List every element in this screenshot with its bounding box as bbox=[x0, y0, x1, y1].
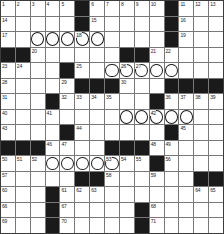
block-square-r15c10 bbox=[135, 218, 149, 233]
cell-r8c5[interactable] bbox=[60, 110, 74, 125]
cell-r1c13[interactable]: 11 bbox=[179, 1, 193, 16]
cell-r9c6[interactable]: 44 bbox=[75, 125, 89, 140]
cell-r7c2[interactable] bbox=[16, 94, 30, 109]
cell-r11c8[interactable]: 53 bbox=[105, 156, 119, 171]
cell-r6c1[interactable]: 28 bbox=[1, 79, 15, 94]
cell-r15c15[interactable] bbox=[209, 218, 223, 233]
cell-r4c3[interactable]: 20 bbox=[31, 48, 45, 63]
clue-number: 20 bbox=[31, 48, 37, 54]
cell-r14c13[interactable] bbox=[179, 203, 193, 218]
block-square-r9c12 bbox=[165, 125, 179, 140]
cell-r3c15[interactable] bbox=[209, 32, 223, 47]
cell-r9c14[interactable] bbox=[194, 125, 208, 140]
block-square-r6c12 bbox=[165, 79, 179, 94]
clue-number: 67 bbox=[61, 203, 67, 209]
cell-r5c15[interactable] bbox=[209, 63, 223, 78]
cell-r9c2[interactable] bbox=[16, 125, 30, 140]
clue-number: 19 bbox=[180, 32, 186, 38]
cell-r13c15[interactable]: 65 bbox=[209, 187, 223, 202]
block-square-r6c8 bbox=[105, 79, 119, 94]
clue-number: 64 bbox=[195, 187, 201, 193]
cell-r3c14[interactable] bbox=[194, 32, 208, 47]
cell-r5c11[interactable] bbox=[150, 63, 164, 78]
clue-number: 32 bbox=[61, 94, 67, 100]
cell-r13c6[interactable]: 62 bbox=[75, 187, 89, 202]
clue-number: 10 bbox=[150, 1, 156, 7]
circle-marker bbox=[61, 157, 74, 171]
cell-r15c9[interactable] bbox=[120, 218, 134, 233]
cell-r13c8[interactable] bbox=[105, 187, 119, 202]
circle-marker bbox=[46, 32, 59, 46]
cell-r15c5[interactable]: 70 bbox=[60, 218, 74, 233]
cell-r5c12[interactable] bbox=[165, 63, 179, 78]
cell-r9c3[interactable] bbox=[31, 125, 45, 140]
cell-r12c12[interactable] bbox=[165, 172, 179, 187]
cell-r5c7[interactable] bbox=[90, 63, 104, 78]
cell-r8c12[interactable] bbox=[165, 110, 179, 125]
cell-r14c3[interactable] bbox=[31, 203, 45, 218]
clue-number: 6 bbox=[91, 1, 95, 7]
block-square-r6c13 bbox=[179, 79, 193, 94]
block-square-r12c15 bbox=[209, 172, 223, 187]
clue-number: 29 bbox=[61, 79, 67, 85]
cell-r2c10[interactable] bbox=[135, 17, 149, 32]
cell-r12c9[interactable] bbox=[120, 172, 134, 187]
cell-r14c14[interactable] bbox=[194, 203, 208, 218]
cell-r2c2[interactable] bbox=[16, 17, 30, 32]
circle-marker bbox=[46, 157, 59, 171]
cell-r11c14[interactable] bbox=[194, 156, 208, 171]
cell-r12c4[interactable] bbox=[46, 172, 60, 187]
clue-number: 42 bbox=[150, 110, 156, 116]
clue-number: 53 bbox=[106, 156, 112, 162]
cell-r12c10[interactable] bbox=[135, 172, 149, 187]
clue-number: 63 bbox=[91, 187, 97, 193]
cell-r8c7[interactable] bbox=[90, 110, 104, 125]
cell-r14c2[interactable] bbox=[16, 203, 30, 218]
clue-number: 2 bbox=[16, 1, 20, 7]
block-square-r5c5 bbox=[60, 63, 74, 78]
clue-number: 25 bbox=[76, 63, 82, 69]
clue-number: 71 bbox=[150, 218, 156, 224]
clue-number: 36 bbox=[165, 94, 171, 100]
cell-r5c8[interactable] bbox=[105, 63, 119, 78]
cell-r11c3[interactable]: 52 bbox=[31, 156, 45, 171]
circle-marker bbox=[31, 32, 44, 46]
cell-r3c11[interactable] bbox=[150, 32, 164, 47]
cell-r4c7[interactable] bbox=[90, 48, 104, 63]
cell-r12c11[interactable]: 59 bbox=[150, 172, 164, 187]
cell-r7c9[interactable] bbox=[120, 94, 134, 109]
clue-number: 56 bbox=[165, 156, 171, 162]
cell-r11c15[interactable] bbox=[209, 156, 223, 171]
cell-r14c11[interactable]: 68 bbox=[150, 203, 164, 218]
cell-r10c15[interactable] bbox=[209, 141, 223, 156]
cell-r11c5[interactable] bbox=[60, 156, 74, 171]
cell-r11c13[interactable] bbox=[179, 156, 193, 171]
circle-marker bbox=[180, 110, 193, 124]
cell-r1c9[interactable]: 8 bbox=[120, 1, 134, 16]
cell-r12c5[interactable] bbox=[60, 172, 74, 187]
block-square-r10c1 bbox=[1, 141, 15, 156]
circle-marker bbox=[61, 32, 74, 46]
cell-r13c9[interactable] bbox=[120, 187, 134, 202]
cell-r10c7[interactable] bbox=[90, 141, 104, 156]
cell-r13c14[interactable]: 64 bbox=[194, 187, 208, 202]
cell-r1c5[interactable]: 5 bbox=[60, 1, 74, 16]
block-square-r3c12 bbox=[165, 32, 179, 47]
cell-r2c4[interactable] bbox=[46, 17, 60, 32]
cell-r6c9[interactable]: 30 bbox=[120, 79, 134, 94]
cell-r7c5[interactable]: 32 bbox=[60, 94, 74, 109]
clue-number: 55 bbox=[135, 156, 141, 162]
block-square-r12c14 bbox=[194, 172, 208, 187]
cell-r3c6[interactable]: 18 bbox=[75, 32, 89, 47]
clue-number: 16 bbox=[180, 17, 186, 23]
cell-r9c13[interactable]: 45 bbox=[179, 125, 193, 140]
cell-r2c13[interactable]: 16 bbox=[179, 17, 193, 32]
block-square-r12c6 bbox=[75, 172, 89, 187]
block-square-r6c15 bbox=[209, 79, 223, 94]
cell-r7c10[interactable] bbox=[135, 94, 149, 109]
block-square-r4c9 bbox=[120, 48, 134, 63]
clue-number: 33 bbox=[76, 94, 82, 100]
cell-r8c10[interactable] bbox=[135, 110, 149, 125]
clue-number: 61 bbox=[61, 187, 67, 193]
cell-r9c11[interactable] bbox=[150, 125, 164, 140]
cell-r2c15[interactable] bbox=[209, 17, 223, 32]
clue-number: 59 bbox=[150, 172, 156, 178]
cell-r6c3[interactable] bbox=[31, 79, 45, 94]
cell-r2c7[interactable]: 15 bbox=[90, 17, 104, 32]
cell-r5c3[interactable] bbox=[31, 63, 45, 78]
clue-number: 17 bbox=[2, 32, 8, 38]
clue-number: 57 bbox=[2, 172, 8, 178]
clue-number: 28 bbox=[2, 79, 8, 85]
cell-r12c8[interactable]: 58 bbox=[105, 172, 119, 187]
cell-r9c10[interactable] bbox=[135, 125, 149, 140]
cell-r4c4[interactable] bbox=[46, 48, 60, 63]
clue-number: 39 bbox=[210, 94, 216, 100]
cell-r5c14[interactable] bbox=[194, 63, 208, 78]
cell-r3c9[interactable] bbox=[120, 32, 134, 47]
cell-r7c6[interactable]: 33 bbox=[75, 94, 89, 109]
block-square-r7c11 bbox=[150, 94, 164, 109]
clue-number: 22 bbox=[165, 48, 171, 54]
clue-number: 37 bbox=[180, 94, 186, 100]
cell-r7c8[interactable]: 35 bbox=[105, 94, 119, 109]
clue-number: 65 bbox=[210, 187, 216, 193]
clue-number: 46 bbox=[46, 141, 52, 147]
cell-r4c5[interactable] bbox=[60, 48, 74, 63]
clue-number: 24 bbox=[16, 63, 22, 69]
cell-r8c6[interactable] bbox=[75, 110, 89, 125]
cell-r8c11[interactable]: 42 bbox=[150, 110, 164, 125]
cell-r3c4[interactable] bbox=[46, 32, 60, 47]
clue-number: 26 bbox=[120, 63, 126, 69]
circle-marker bbox=[165, 110, 178, 124]
cell-r13c13[interactable] bbox=[179, 187, 193, 202]
clue-number: 35 bbox=[106, 94, 112, 100]
cell-r15c3[interactable] bbox=[31, 218, 45, 233]
clue-number: 70 bbox=[61, 218, 67, 224]
cell-r8c4[interactable]: 41 bbox=[46, 110, 60, 125]
block-square-r4c2 bbox=[16, 48, 30, 63]
cell-r12c1[interactable]: 57 bbox=[1, 172, 15, 187]
clue-number: 31 bbox=[2, 94, 8, 100]
clue-number: 1 bbox=[2, 1, 6, 7]
cell-r14c5[interactable]: 67 bbox=[60, 203, 74, 218]
block-square-r14c10 bbox=[135, 203, 149, 218]
cell-r8c8[interactable] bbox=[105, 110, 119, 125]
cell-r6c2[interactable] bbox=[16, 79, 30, 94]
cell-r3c10[interactable] bbox=[135, 32, 149, 47]
cell-r5c4[interactable] bbox=[46, 63, 60, 78]
cell-r1c15[interactable]: 13 bbox=[209, 1, 223, 16]
clue-number: 30 bbox=[120, 79, 126, 85]
block-square-r12c7 bbox=[90, 172, 104, 187]
clue-number: 15 bbox=[91, 17, 97, 23]
circle-marker bbox=[91, 157, 104, 171]
cell-r12c2[interactable] bbox=[16, 172, 30, 187]
cell-r3c3[interactable] bbox=[31, 32, 45, 47]
cell-r2c8[interactable] bbox=[105, 17, 119, 32]
circle-marker bbox=[91, 32, 104, 46]
clue-number: 7 bbox=[106, 1, 110, 7]
cell-r11c1[interactable]: 50 bbox=[1, 156, 15, 171]
cell-r15c13[interactable] bbox=[179, 218, 193, 233]
cell-r11c12[interactable]: 56 bbox=[165, 156, 179, 171]
cell-r3c5[interactable] bbox=[60, 32, 74, 47]
clue-number: 47 bbox=[61, 141, 67, 147]
block-square-r10c9 bbox=[120, 141, 134, 156]
clue-number: 14 bbox=[2, 17, 8, 23]
cell-r1c3[interactable]: 3 bbox=[31, 1, 45, 16]
cell-r11c2[interactable]: 51 bbox=[16, 156, 30, 171]
cell-r4c14[interactable] bbox=[194, 48, 208, 63]
circle-marker bbox=[120, 110, 133, 124]
cell-r13c2[interactable] bbox=[16, 187, 30, 202]
cell-r14c12[interactable] bbox=[165, 203, 179, 218]
cell-r8c13[interactable] bbox=[179, 110, 193, 125]
cell-r8c2[interactable] bbox=[16, 110, 30, 125]
cell-r7c14[interactable]: 38 bbox=[194, 94, 208, 109]
clue-number: 69 bbox=[2, 218, 8, 224]
cell-r9c9[interactable] bbox=[120, 125, 134, 140]
clue-number: 34 bbox=[91, 94, 97, 100]
cell-r14c15[interactable] bbox=[209, 203, 223, 218]
cell-r6c5[interactable]: 29 bbox=[60, 79, 74, 94]
clue-number: 52 bbox=[31, 156, 37, 162]
cell-r7c13[interactable]: 37 bbox=[179, 94, 193, 109]
clue-number: 5 bbox=[61, 1, 65, 7]
cell-r14c7[interactable] bbox=[90, 203, 104, 218]
cell-r7c12[interactable]: 36 bbox=[165, 94, 179, 109]
clue-number: 38 bbox=[195, 94, 201, 100]
cell-r10c14[interactable] bbox=[194, 141, 208, 156]
cell-r8c3[interactable] bbox=[31, 110, 45, 125]
circle-marker bbox=[105, 64, 118, 78]
clue-number: 50 bbox=[2, 156, 8, 162]
cell-r5c9[interactable]: 26 bbox=[120, 63, 134, 78]
block-square-r11c11 bbox=[150, 156, 164, 171]
cell-r5c13[interactable] bbox=[179, 63, 193, 78]
cell-r11c10[interactable]: 55 bbox=[135, 156, 149, 171]
clue-number: 49 bbox=[165, 141, 171, 147]
cell-r15c14[interactable] bbox=[194, 218, 208, 233]
clue-number: 44 bbox=[76, 125, 82, 131]
block-square-r9c5 bbox=[60, 125, 74, 140]
cell-r7c7[interactable]: 34 bbox=[90, 94, 104, 109]
clue-number: 9 bbox=[135, 1, 139, 7]
cell-r8c1[interactable]: 40 bbox=[1, 110, 15, 125]
cell-r1c10[interactable]: 9 bbox=[135, 1, 149, 16]
cell-r2c14[interactable] bbox=[194, 17, 208, 32]
cell-r12c3[interactable] bbox=[31, 172, 45, 187]
cell-r7c1[interactable]: 31 bbox=[1, 94, 15, 109]
clue-number: 13 bbox=[210, 1, 216, 7]
cell-r4c15[interactable] bbox=[209, 48, 223, 63]
cell-r1c1[interactable]: 1 bbox=[1, 1, 15, 16]
block-square-r14c4 bbox=[46, 203, 60, 218]
cell-r3c13[interactable]: 19 bbox=[179, 32, 193, 47]
clue-number: 4 bbox=[46, 1, 50, 7]
cell-r6c10[interactable] bbox=[135, 79, 149, 94]
circle-marker bbox=[150, 64, 163, 78]
cell-r13c7[interactable]: 63 bbox=[90, 187, 104, 202]
cell-r3c8[interactable] bbox=[105, 32, 119, 47]
cell-r10c13[interactable] bbox=[179, 141, 193, 156]
cell-r5c6[interactable]: 25 bbox=[75, 63, 89, 78]
cell-r8c15[interactable] bbox=[209, 110, 223, 125]
circle-marker bbox=[165, 64, 178, 78]
clue-number: 27 bbox=[135, 63, 141, 69]
block-square-r4c10 bbox=[135, 48, 149, 63]
clue-number: 48 bbox=[150, 141, 156, 147]
clue-number: 66 bbox=[2, 203, 8, 209]
cell-r13c1[interactable]: 60 bbox=[1, 187, 15, 202]
cell-r4c11[interactable]: 21 bbox=[150, 48, 164, 63]
cell-r7c3[interactable] bbox=[31, 94, 45, 109]
cell-r13c5[interactable]: 61 bbox=[60, 187, 74, 202]
cell-r5c10[interactable]: 27 bbox=[135, 63, 149, 78]
cell-r13c3[interactable] bbox=[31, 187, 45, 202]
cell-r3c1[interactable]: 17 bbox=[1, 32, 15, 47]
cell-r1c7[interactable]: 6 bbox=[90, 1, 104, 16]
cell-r15c12[interactable] bbox=[165, 218, 179, 233]
circle-marker bbox=[135, 110, 148, 124]
cell-r10c6[interactable] bbox=[75, 141, 89, 156]
block-square-r2c12 bbox=[165, 17, 179, 32]
cell-r3c7[interactable] bbox=[90, 32, 104, 47]
clue-number: 68 bbox=[150, 203, 156, 209]
cell-r13c10[interactable] bbox=[135, 187, 149, 202]
cell-r10c11[interactable]: 48 bbox=[150, 141, 164, 156]
cell-r8c9[interactable] bbox=[120, 110, 134, 125]
cell-r13c11[interactable] bbox=[150, 187, 164, 202]
cell-r15c8[interactable] bbox=[105, 218, 119, 233]
cell-r5c2[interactable]: 24 bbox=[16, 63, 30, 78]
cell-r13c12[interactable] bbox=[165, 187, 179, 202]
block-square-r10c3 bbox=[31, 141, 45, 156]
cell-r1c2[interactable]: 2 bbox=[16, 1, 30, 16]
cell-r3c2[interactable] bbox=[16, 32, 30, 47]
cell-r11c6[interactable] bbox=[75, 156, 89, 171]
cell-r7c15[interactable]: 39 bbox=[209, 94, 223, 109]
cell-r1c8[interactable]: 7 bbox=[105, 1, 119, 16]
block-square-r1c12 bbox=[165, 1, 179, 16]
cell-r12c13[interactable] bbox=[179, 172, 193, 187]
cell-r9c15[interactable] bbox=[209, 125, 223, 140]
cell-r11c9[interactable]: 54 bbox=[120, 156, 134, 171]
cell-r14c9[interactable] bbox=[120, 203, 134, 218]
cell-r1c4[interactable]: 4 bbox=[46, 1, 60, 16]
cell-r4c12[interactable]: 22 bbox=[165, 48, 179, 63]
cell-r8c14[interactable] bbox=[194, 110, 208, 125]
clue-number: 8 bbox=[120, 1, 124, 7]
cell-r10c12[interactable]: 49 bbox=[165, 141, 179, 156]
cell-r2c9[interactable] bbox=[120, 17, 134, 32]
block-square-r4c1 bbox=[1, 48, 15, 63]
block-square-r10c2 bbox=[16, 141, 30, 156]
cell-r9c4[interactable] bbox=[46, 125, 60, 140]
cell-r6c4[interactable] bbox=[46, 79, 60, 94]
cell-r11c4[interactable] bbox=[46, 156, 60, 171]
clue-number: 54 bbox=[120, 156, 126, 162]
cell-r4c13[interactable] bbox=[179, 48, 193, 63]
clue-number: 23 bbox=[2, 63, 8, 69]
cell-r15c11[interactable]: 71 bbox=[150, 218, 164, 233]
block-square-r6c14 bbox=[194, 79, 208, 94]
cell-r14c8[interactable] bbox=[105, 203, 119, 218]
clue-number: 45 bbox=[180, 125, 186, 131]
cell-r9c8[interactable] bbox=[105, 125, 119, 140]
cell-r15c6[interactable] bbox=[75, 218, 89, 233]
cell-r11c7[interactable] bbox=[90, 156, 104, 171]
cell-r6c11[interactable] bbox=[150, 79, 164, 94]
cell-r4c8[interactable] bbox=[105, 48, 119, 63]
cell-r15c7[interactable] bbox=[90, 218, 104, 233]
cell-r14c1[interactable]: 66 bbox=[1, 203, 15, 218]
cell-r14c6[interactable] bbox=[75, 203, 89, 218]
block-square-r2c6 bbox=[75, 17, 89, 32]
cell-r5c1[interactable]: 23 bbox=[1, 63, 15, 78]
clue-number: 12 bbox=[195, 1, 201, 7]
clue-number: 51 bbox=[16, 156, 22, 162]
cell-r1c11[interactable]: 10 bbox=[150, 1, 164, 16]
block-square-r10c10 bbox=[135, 141, 149, 156]
clue-number: 62 bbox=[76, 187, 82, 193]
cell-r10c4[interactable]: 46 bbox=[46, 141, 60, 156]
block-square-r6c7 bbox=[90, 79, 104, 94]
cell-r10c5[interactable]: 47 bbox=[60, 141, 74, 156]
cell-r9c7[interactable] bbox=[90, 125, 104, 140]
cell-r9c1[interactable]: 43 bbox=[1, 125, 15, 140]
clue-number: 58 bbox=[106, 172, 112, 178]
cell-r4c6[interactable] bbox=[75, 48, 89, 63]
clue-number: 43 bbox=[2, 125, 8, 131]
cell-r2c5[interactable] bbox=[60, 17, 74, 32]
cell-r2c11[interactable] bbox=[150, 17, 164, 32]
clue-number: 40 bbox=[2, 110, 8, 116]
cell-r2c1[interactable]: 14 bbox=[1, 17, 15, 32]
cell-r15c1[interactable]: 69 bbox=[1, 218, 15, 233]
cell-r15c2[interactable] bbox=[16, 218, 30, 233]
clue-number: 18 bbox=[76, 32, 82, 38]
clue-number: 21 bbox=[150, 48, 156, 54]
cell-r1c14[interactable]: 12 bbox=[194, 1, 208, 16]
cell-r2c3[interactable] bbox=[31, 17, 45, 32]
